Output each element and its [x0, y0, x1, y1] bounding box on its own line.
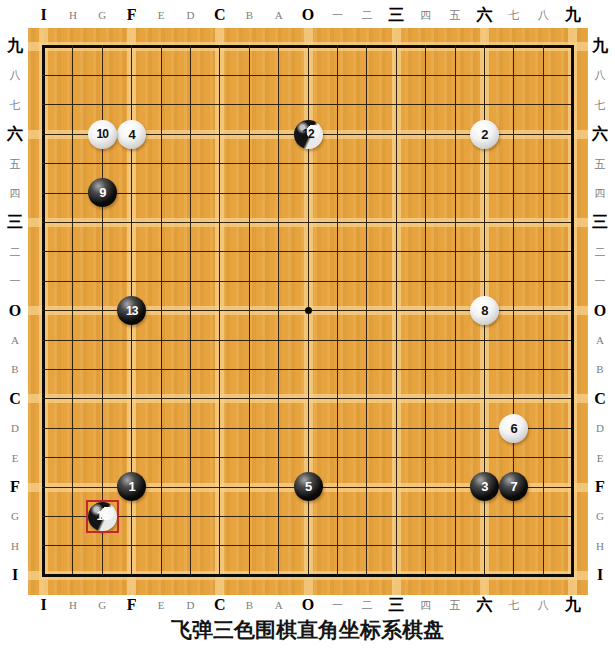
- row-label-right: B: [596, 363, 603, 375]
- row-label-left: 一: [10, 274, 21, 289]
- column-label-bottom: 四: [420, 598, 431, 613]
- column-label-bottom: 五: [450, 598, 461, 613]
- row-label-left: 七: [10, 97, 21, 112]
- column-label-bottom: B: [246, 599, 253, 611]
- column-label-top: 六: [477, 5, 493, 26]
- black-stone[interactable]: 3: [470, 472, 499, 501]
- column-label-top: 三: [388, 5, 404, 26]
- row-label-right: F: [595, 478, 605, 496]
- row-label-right: 四: [595, 186, 606, 201]
- row-label-left: 四: [10, 186, 21, 201]
- column-label-top: C: [214, 6, 226, 24]
- column-label-bottom: E: [158, 599, 165, 611]
- stone-move-number: 4: [129, 128, 135, 141]
- white-stone[interactable]: 2: [470, 120, 499, 149]
- stone-move-number: 3: [481, 480, 487, 493]
- stone-move-number: 8: [481, 304, 487, 317]
- board-point-七F[interactable]: 7: [499, 472, 528, 501]
- stone-move-number: 13: [126, 305, 137, 317]
- row-label-left: 九: [7, 36, 23, 57]
- stone-move-number: 7: [511, 480, 517, 493]
- row-label-right: 三: [592, 212, 608, 233]
- column-label-bottom: 一: [332, 598, 343, 613]
- row-label-left: F: [10, 478, 20, 496]
- column-label-bottom: C: [214, 596, 226, 614]
- row-label-left: A: [11, 334, 19, 346]
- row-label-left: I: [12, 566, 18, 584]
- row-label-right: 一: [595, 274, 606, 289]
- row-label-right: 七: [595, 97, 606, 112]
- column-label-bottom: A: [275, 599, 283, 611]
- column-label-bottom: G: [98, 599, 106, 611]
- column-label-bottom: 七: [508, 598, 519, 613]
- stone-move-number: 15: [97, 510, 108, 522]
- column-label-bottom: 三: [388, 595, 404, 616]
- stone-move-number: 12: [302, 128, 313, 140]
- row-label-left: B: [11, 363, 18, 375]
- black-stone[interactable]: 9: [88, 178, 117, 207]
- row-label-right: E: [597, 452, 604, 464]
- white-stone[interactable]: 6: [499, 414, 528, 443]
- row-label-right: 九: [592, 36, 608, 57]
- column-label-top: 五: [450, 8, 461, 23]
- row-label-left: 六: [7, 124, 23, 145]
- black-stone[interactable]: 1: [117, 472, 146, 501]
- board-point-六六[interactable]: 2: [470, 119, 499, 148]
- stone-move-number: 10: [97, 128, 108, 140]
- column-label-bottom: D: [187, 599, 195, 611]
- column-label-top: E: [158, 9, 165, 21]
- board-point-GG[interactable]: 15: [88, 502, 117, 531]
- row-label-right: A: [596, 334, 604, 346]
- row-label-left: 五: [10, 156, 21, 171]
- column-label-bottom: F: [127, 596, 137, 614]
- taiji-stone[interactable]: 15: [88, 502, 117, 531]
- row-label-right: I: [597, 566, 603, 584]
- column-label-top: B: [246, 9, 253, 21]
- row-label-left: O: [9, 302, 21, 320]
- column-label-bottom: 二: [361, 598, 372, 613]
- column-label-top: F: [127, 6, 137, 24]
- page: 12345678910121315 II九九HH八八GG七七FF六六EE五五DD…: [0, 0, 615, 652]
- board-point-七D[interactable]: 6: [499, 413, 528, 442]
- row-label-left: E: [12, 452, 19, 464]
- white-stone[interactable]: 4: [117, 120, 146, 149]
- white-stone[interactable]: 10: [88, 120, 117, 149]
- row-label-left: H: [11, 540, 19, 552]
- board-point-六F[interactable]: 3: [470, 472, 499, 501]
- board-title: 飞弹三色围棋直角坐标系棋盘: [0, 616, 615, 644]
- column-label-top: I: [40, 6, 46, 24]
- column-label-top: 七: [508, 8, 519, 23]
- column-label-top: 八: [538, 8, 549, 23]
- column-label-bottom: I: [40, 596, 46, 614]
- column-label-top: O: [302, 6, 314, 24]
- column-label-bottom: O: [302, 596, 314, 614]
- row-label-right: H: [596, 540, 604, 552]
- row-label-right: 五: [595, 156, 606, 171]
- board-point-G六[interactable]: 10: [88, 119, 117, 148]
- taiji-stone[interactable]: 12: [294, 120, 323, 149]
- board-point-F六[interactable]: 4: [117, 119, 146, 148]
- column-label-bottom: 九: [565, 595, 581, 616]
- column-label-bottom: H: [69, 599, 77, 611]
- row-label-left: 八: [10, 68, 21, 83]
- board-point-G四[interactable]: 9: [88, 178, 117, 207]
- column-label-bottom: 八: [538, 598, 549, 613]
- row-label-left: G: [11, 510, 19, 522]
- row-label-left: 三: [7, 212, 23, 233]
- board-point-FO[interactable]: 13: [117, 296, 146, 325]
- row-label-right: 八: [595, 68, 606, 83]
- column-label-top: 九: [565, 5, 581, 26]
- board-point-FF[interactable]: 1: [117, 472, 146, 501]
- column-label-top: G: [98, 9, 106, 21]
- black-stone[interactable]: 5: [294, 472, 323, 501]
- stones-grid: 12345678910121315: [29, 31, 587, 589]
- column-label-top: A: [275, 9, 283, 21]
- black-stone[interactable]: 7: [499, 472, 528, 501]
- row-label-right: D: [596, 422, 604, 434]
- black-stone[interactable]: 13: [117, 296, 146, 325]
- row-label-right: 二: [595, 244, 606, 259]
- stone-move-number: 6: [511, 422, 517, 435]
- board-point-OF[interactable]: 5: [293, 472, 322, 501]
- row-label-right: O: [594, 302, 606, 320]
- row-label-left: 二: [10, 244, 21, 259]
- stone-move-number: 9: [99, 186, 105, 199]
- row-label-left: D: [11, 422, 19, 434]
- column-label-top: 一: [332, 8, 343, 23]
- column-label-top: 二: [361, 8, 372, 23]
- column-label-top: H: [69, 9, 77, 21]
- go-board-surface[interactable]: 12345678910121315: [28, 28, 588, 595]
- white-stone[interactable]: 8: [470, 296, 499, 325]
- row-label-left: C: [9, 390, 21, 408]
- row-label-right: G: [596, 510, 604, 522]
- stone-move-number: 5: [305, 480, 311, 493]
- column-label-top: D: [187, 9, 195, 21]
- stone-move-number: 2: [481, 128, 487, 141]
- row-label-right: 六: [592, 124, 608, 145]
- column-label-bottom: 六: [477, 595, 493, 616]
- row-label-right: C: [594, 390, 606, 408]
- column-label-top: 四: [420, 8, 431, 23]
- stone-move-number: 1: [129, 480, 135, 493]
- board-point-O六[interactable]: 12: [293, 119, 322, 148]
- board-point-六O[interactable]: 8: [470, 296, 499, 325]
